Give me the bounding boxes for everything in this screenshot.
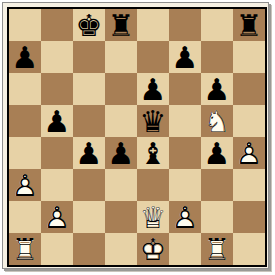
white-rook-outline: ♖ <box>9 233 41 265</box>
square-c1[interactable] <box>73 233 105 265</box>
black-king: ♚ <box>73 9 105 41</box>
black-pawn: ♟ <box>105 137 137 169</box>
white-rook-outline: ♖ <box>201 233 233 265</box>
square-g1[interactable]: ♜♖ <box>201 233 233 265</box>
square-c7[interactable] <box>73 41 105 73</box>
square-b7[interactable] <box>41 41 73 73</box>
white-queen: ♛♕ <box>137 201 169 233</box>
white-rook: ♜♖ <box>9 233 41 265</box>
board-border: ♚♜♜♟♟♟♟♟♛♞♘♟♟♝♟♟♙♟♙♟♙♛♕♟♙♜♖♚♔♜♖ <box>7 7 267 267</box>
square-h2[interactable] <box>233 201 265 233</box>
white-pawn-outline: ♙ <box>169 201 201 233</box>
square-e7[interactable] <box>137 41 169 73</box>
square-b1[interactable] <box>41 233 73 265</box>
square-b2[interactable]: ♟♙ <box>41 201 73 233</box>
black-pawn: ♟ <box>169 41 201 73</box>
black-pawn: ♟ <box>73 137 105 169</box>
square-f7[interactable]: ♟ <box>169 41 201 73</box>
square-h4[interactable]: ♟♙ <box>233 137 265 169</box>
square-h7[interactable] <box>233 41 265 73</box>
square-g6[interactable]: ♟ <box>201 73 233 105</box>
square-a5[interactable] <box>9 105 41 137</box>
square-c8[interactable]: ♚ <box>73 9 105 41</box>
white-knight-outline: ♘ <box>201 105 233 137</box>
square-h3[interactable] <box>233 169 265 201</box>
square-e2[interactable]: ♛♕ <box>137 201 169 233</box>
square-b6[interactable] <box>41 73 73 105</box>
black-pawn: ♟ <box>9 41 41 73</box>
square-f4[interactable] <box>169 137 201 169</box>
white-pawn: ♟♙ <box>41 201 73 233</box>
square-d3[interactable] <box>105 169 137 201</box>
white-king-outline: ♔ <box>137 233 169 265</box>
square-g8[interactable] <box>201 9 233 41</box>
square-h1[interactable] <box>233 233 265 265</box>
square-f5[interactable] <box>169 105 201 137</box>
square-e1[interactable]: ♚♔ <box>137 233 169 265</box>
square-d5[interactable] <box>105 105 137 137</box>
square-e8[interactable] <box>137 9 169 41</box>
white-queen-outline: ♕ <box>137 201 169 233</box>
square-f6[interactable] <box>169 73 201 105</box>
square-c5[interactable] <box>73 105 105 137</box>
square-a6[interactable] <box>9 73 41 105</box>
white-knight: ♞♘ <box>201 105 233 137</box>
diagram-frame: ♚♜♜♟♟♟♟♟♛♞♘♟♟♝♟♟♙♟♙♟♙♛♕♟♙♜♖♚♔♜♖ <box>2 2 269 269</box>
square-a2[interactable] <box>9 201 41 233</box>
black-pawn: ♟ <box>41 105 73 137</box>
square-a4[interactable] <box>9 137 41 169</box>
square-d4[interactable]: ♟ <box>105 137 137 169</box>
square-a3[interactable]: ♟♙ <box>9 169 41 201</box>
square-e6[interactable]: ♟ <box>137 73 169 105</box>
black-pawn: ♟ <box>137 73 169 105</box>
square-f2[interactable]: ♟♙ <box>169 201 201 233</box>
black-bishop: ♝ <box>137 137 169 169</box>
black-pawn: ♟ <box>201 73 233 105</box>
white-pawn: ♟♙ <box>233 137 265 169</box>
white-pawn-outline: ♙ <box>9 169 41 201</box>
white-pawn-outline: ♙ <box>233 137 265 169</box>
square-g7[interactable] <box>201 41 233 73</box>
square-d1[interactable] <box>105 233 137 265</box>
square-d8[interactable]: ♜ <box>105 9 137 41</box>
square-g4[interactable]: ♟ <box>201 137 233 169</box>
white-pawn-outline: ♙ <box>41 201 73 233</box>
square-b3[interactable] <box>41 169 73 201</box>
white-pawn: ♟♙ <box>169 201 201 233</box>
square-c6[interactable] <box>73 73 105 105</box>
square-e4[interactable]: ♝ <box>137 137 169 169</box>
square-h5[interactable] <box>233 105 265 137</box>
chess-board: ♚♜♜♟♟♟♟♟♛♞♘♟♟♝♟♟♙♟♙♟♙♛♕♟♙♜♖♚♔♜♖ <box>9 9 265 265</box>
square-c2[interactable] <box>73 201 105 233</box>
square-a8[interactable] <box>9 9 41 41</box>
square-c4[interactable]: ♟ <box>73 137 105 169</box>
black-rook: ♜ <box>233 9 265 41</box>
square-h8[interactable]: ♜ <box>233 9 265 41</box>
square-d7[interactable] <box>105 41 137 73</box>
square-e5[interactable]: ♛ <box>137 105 169 137</box>
square-a7[interactable]: ♟ <box>9 41 41 73</box>
square-b5[interactable]: ♟ <box>41 105 73 137</box>
white-king: ♚♔ <box>137 233 169 265</box>
square-a1[interactable]: ♜♖ <box>9 233 41 265</box>
square-f1[interactable] <box>169 233 201 265</box>
black-pawn: ♟ <box>201 137 233 169</box>
square-g5[interactable]: ♞♘ <box>201 105 233 137</box>
square-f8[interactable] <box>169 9 201 41</box>
white-pawn: ♟♙ <box>9 169 41 201</box>
white-rook: ♜♖ <box>201 233 233 265</box>
black-rook: ♜ <box>105 9 137 41</box>
square-f3[interactable] <box>169 169 201 201</box>
square-g3[interactable] <box>201 169 233 201</box>
black-queen: ♛ <box>137 105 169 137</box>
square-c3[interactable] <box>73 169 105 201</box>
square-d2[interactable] <box>105 201 137 233</box>
square-h6[interactable] <box>233 73 265 105</box>
square-b4[interactable] <box>41 137 73 169</box>
square-d6[interactable] <box>105 73 137 105</box>
square-e3[interactable] <box>137 169 169 201</box>
square-g2[interactable] <box>201 201 233 233</box>
square-b8[interactable] <box>41 9 73 41</box>
chess-diagram: ♚♜♜♟♟♟♟♟♛♞♘♟♟♝♟♟♙♟♙♟♙♛♕♟♙♜♖♚♔♜♖ <box>0 0 275 275</box>
